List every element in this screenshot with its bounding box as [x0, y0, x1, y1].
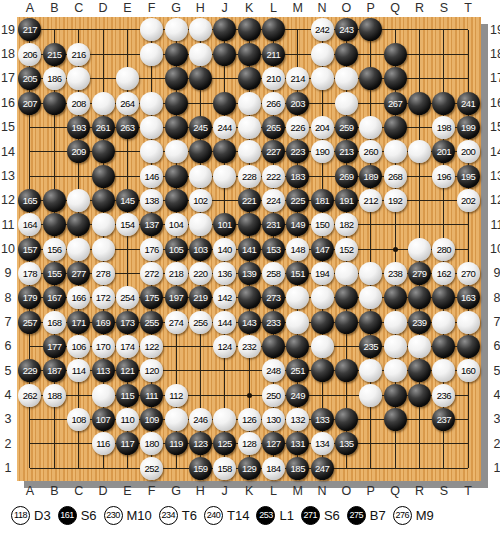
intersection-G8: 197 [164, 286, 188, 310]
intersection-T14: 200 [456, 140, 480, 164]
black-stone-Q16: 267 [384, 92, 407, 115]
intersection-E11: 154 [115, 213, 139, 237]
black-stone-H10: 103 [189, 238, 212, 261]
intersection-T5: 160 [456, 359, 480, 383]
col-label-bottom-S: S [432, 483, 456, 499]
black-stone-K11 [238, 213, 261, 236]
black-stone-K18 [238, 43, 261, 66]
col-label-bottom-E: E [115, 483, 139, 499]
white-stone-K13: 228 [238, 165, 261, 188]
black-stone-H8: 219 [189, 286, 212, 309]
white-stone-S5 [432, 359, 455, 382]
intersection-Q10 [383, 237, 407, 261]
intersection-S9: 162 [432, 261, 456, 285]
white-stone-D9: 278 [92, 262, 115, 285]
black-stone-M16: 203 [286, 92, 309, 115]
white-stone-H19 [189, 18, 212, 41]
intersection-G3 [164, 407, 188, 431]
black-stone-F3: 109 [140, 408, 163, 431]
intersection-L6 [261, 334, 285, 358]
white-stone-D10 [92, 238, 115, 261]
white-stone-Q6 [384, 335, 407, 358]
intersection-E15: 263 [115, 115, 139, 139]
caption-move-circle-276: 276 [393, 506, 412, 525]
intersection-H14 [188, 140, 212, 164]
intersection-K13: 228 [237, 164, 261, 188]
intersection-H6 [188, 334, 212, 358]
row-label-left-1: 1 [0, 456, 16, 480]
intersection-G6 [164, 334, 188, 358]
intersection-F19 [140, 18, 164, 42]
intersection-D19 [91, 18, 115, 42]
white-stone-O9 [335, 262, 358, 285]
white-stone-H11 [189, 213, 212, 236]
black-stone-L6 [262, 335, 285, 358]
white-stone-J9: 136 [213, 262, 236, 285]
intersection-T12: 202 [456, 188, 480, 212]
intersection-B13 [42, 164, 66, 188]
black-stone-L18: 211 [262, 43, 285, 66]
intersection-M5: 251 [286, 359, 310, 383]
white-stone-C3: 108 [67, 408, 90, 431]
intersection-O16 [334, 91, 358, 115]
intersection-N3: 133 [310, 407, 334, 431]
intersection-O4 [334, 383, 358, 407]
intersection-D9: 278 [91, 261, 115, 285]
white-stone-K15 [238, 116, 261, 139]
black-stone-P17 [359, 67, 382, 90]
white-stone-N19: 242 [311, 18, 334, 41]
intersection-S3: 237 [432, 407, 456, 431]
intersection-J3 [213, 407, 237, 431]
white-stone-Q14 [384, 140, 407, 163]
black-stone-A19: 217 [18, 18, 41, 41]
intersection-F17 [140, 66, 164, 90]
black-stone-F7: 255 [140, 311, 163, 334]
black-stone-L11: 231 [262, 213, 285, 236]
intersection-N10: 147 [310, 237, 334, 261]
intersection-H5 [188, 359, 212, 383]
intersection-N5 [310, 359, 334, 383]
white-stone-S15: 198 [432, 116, 455, 139]
intersection-T9: 270 [456, 261, 480, 285]
caption-move-point-161: S6 [81, 508, 97, 523]
black-stone-J11: 101 [213, 213, 236, 236]
col-label-bottom-A: A [18, 483, 42, 499]
intersection-H8: 219 [188, 286, 212, 310]
intersection-D15: 261 [91, 115, 115, 139]
col-label-top-Q: Q [383, 0, 407, 17]
black-stone-B5: 187 [43, 359, 66, 382]
intersection-C9: 277 [66, 261, 90, 285]
intersection-J5 [213, 359, 237, 383]
col-label-bottom-L: L [261, 483, 285, 499]
black-stone-R7: 239 [408, 311, 431, 334]
white-stone-F16 [140, 92, 163, 115]
white-stone-E8: 254 [116, 286, 139, 309]
black-stone-D14 [92, 140, 115, 163]
white-stone-T14: 200 [457, 140, 480, 163]
intersection-L8: 273 [261, 286, 285, 310]
col-label-bottom-O: O [334, 483, 358, 499]
white-stone-P4 [359, 384, 382, 407]
intersection-K1: 129 [237, 456, 261, 480]
intersection-S16 [432, 91, 456, 115]
white-stone-N15: 204 [311, 116, 334, 139]
white-stone-N6 [311, 335, 334, 358]
white-stone-B7: 168 [43, 311, 66, 334]
row-label-left-9: 9 [0, 261, 16, 285]
intersection-T11 [456, 213, 480, 237]
row-label-left-6: 6 [0, 334, 16, 358]
black-stone-F4: 111 [140, 384, 163, 407]
intersection-O14: 213 [334, 140, 358, 164]
row-label-left-12: 12 [0, 188, 16, 212]
intersection-Q19 [383, 18, 407, 42]
white-stone-P12: 212 [359, 189, 382, 212]
white-stone-L17: 210 [262, 67, 285, 90]
intersection-E2: 117 [115, 432, 139, 456]
intersection-C14: 209 [66, 140, 90, 164]
intersection-C18: 216 [66, 42, 90, 66]
intersection-S14: 201 [432, 140, 456, 164]
intersection-K11 [237, 213, 261, 237]
caption-move-point-240: T14 [227, 508, 249, 523]
black-stone-K7: 143 [238, 311, 261, 334]
intersection-Q2 [383, 432, 407, 456]
row-label-right-15: 15 [489, 115, 500, 139]
intersection-O19: 243 [334, 18, 358, 42]
white-stone-B10: 156 [43, 238, 66, 261]
black-stone-P7 [359, 311, 382, 334]
col-label-top-J: J [213, 0, 237, 17]
white-stone-K2: 128 [238, 432, 261, 455]
col-label-top-P: P [359, 0, 383, 17]
white-stone-F14 [140, 140, 163, 163]
intersection-B11 [42, 213, 66, 237]
black-stone-R8 [408, 286, 431, 309]
black-stone-H2: 123 [189, 432, 212, 455]
white-stone-Q5 [384, 359, 407, 382]
intersection-S10: 280 [432, 237, 456, 261]
intersection-A12: 165 [18, 188, 42, 212]
intersection-O6 [334, 334, 358, 358]
black-stone-K1: 129 [238, 457, 261, 480]
col-label-top-F: F [140, 0, 164, 17]
intersection-A11: 164 [18, 213, 42, 237]
intersection-D8: 172 [91, 286, 115, 310]
caption-move-circle-275: 275 [347, 506, 366, 525]
intersection-B7: 168 [42, 310, 66, 334]
white-stone-D11 [92, 213, 115, 236]
intersection-R2 [407, 432, 431, 456]
intersection-H9: 220 [188, 261, 212, 285]
intersection-R14 [407, 140, 431, 164]
black-stone-B6: 177 [43, 335, 66, 358]
intersection-J10: 140 [213, 237, 237, 261]
row-label-right-1: 1 [489, 456, 500, 480]
intersection-G7: 274 [164, 310, 188, 334]
black-stone-O8 [335, 286, 358, 309]
black-stone-R5 [408, 359, 431, 382]
intersection-B19 [42, 18, 66, 42]
intersection-F11: 137 [140, 213, 164, 237]
white-stone-L1: 184 [262, 457, 285, 480]
black-stone-M12: 225 [286, 189, 309, 212]
black-stone-B12 [43, 189, 66, 212]
col-label-top-B: B [42, 0, 66, 17]
intersection-S18 [432, 42, 456, 66]
white-stone-J6: 124 [213, 335, 236, 358]
caption-move-point-234: T6 [182, 508, 197, 523]
black-stone-L14: 227 [262, 140, 285, 163]
white-stone-N8 [311, 286, 334, 309]
black-stone-Q3 [384, 408, 407, 431]
white-stone-S4: 236 [432, 384, 455, 407]
intersection-B16 [42, 91, 66, 115]
intersection-B15 [42, 115, 66, 139]
row-label-right-10: 10 [489, 237, 500, 261]
caption-move-circle-253: 253 [256, 506, 275, 525]
black-stone-Q17 [384, 67, 407, 90]
caption-move-circle-234: 234 [159, 506, 178, 525]
black-stone-M6 [286, 335, 309, 358]
black-stone-O14: 213 [335, 140, 358, 163]
intersection-O10: 152 [334, 237, 358, 261]
black-stone-N5 [311, 359, 334, 382]
row-label-right-7: 7 [489, 310, 500, 334]
intersection-J19 [213, 18, 237, 42]
intersection-J1: 158 [213, 456, 237, 480]
intersection-C4 [66, 383, 90, 407]
intersection-F16 [140, 91, 164, 115]
intersection-J18 [213, 42, 237, 66]
intersection-P11 [359, 213, 383, 237]
black-stone-F8: 175 [140, 286, 163, 309]
intersection-R17 [407, 66, 431, 90]
white-stone-M15: 226 [286, 116, 309, 139]
white-stone-S9: 162 [432, 262, 455, 285]
intersection-P14: 260 [359, 140, 383, 164]
intersection-E8: 254 [115, 286, 139, 310]
col-label-top-L: L [261, 0, 285, 17]
black-stone-E7: 173 [116, 311, 139, 334]
white-stone-Q13: 268 [384, 165, 407, 188]
intersection-K12: 221 [237, 188, 261, 212]
intersection-R3 [407, 407, 431, 431]
white-stone-C10 [67, 238, 90, 261]
white-stone-H3: 246 [189, 408, 212, 431]
white-stone-H13 [189, 165, 212, 188]
intersection-P9 [359, 261, 383, 285]
black-stone-T6 [457, 335, 480, 358]
intersection-T17 [456, 66, 480, 90]
intersection-E9 [115, 261, 139, 285]
intersection-N6 [310, 334, 334, 358]
black-stone-K10: 141 [238, 238, 261, 261]
row-label-left-13: 13 [0, 164, 16, 188]
intersection-L11: 231 [261, 213, 285, 237]
intersection-H13 [188, 164, 212, 188]
intersection-C19 [66, 18, 90, 42]
intersection-E19 [115, 18, 139, 42]
intersection-D12 [91, 188, 115, 212]
black-stone-N7 [311, 311, 334, 334]
caption-move-circle-230: 230 [104, 506, 123, 525]
intersection-J16 [213, 91, 237, 115]
intersection-B17: 186 [42, 66, 66, 90]
white-stone-H18 [189, 43, 212, 66]
black-stone-J14 [213, 140, 236, 163]
black-stone-A7: 257 [18, 311, 41, 334]
intersection-O9 [334, 261, 358, 285]
intersection-Q17 [383, 66, 407, 90]
intersection-P6: 235 [359, 334, 383, 358]
black-stone-Q15 [384, 116, 407, 139]
white-stone-M17: 214 [286, 67, 309, 90]
intersection-Q13: 268 [383, 164, 407, 188]
intersection-N2: 134 [310, 432, 334, 456]
intersection-P12: 212 [359, 188, 383, 212]
black-stone-M2: 131 [286, 432, 309, 455]
black-stone-M14: 223 [286, 140, 309, 163]
intersection-D11 [91, 213, 115, 237]
intersection-R12 [407, 188, 431, 212]
intersection-C12 [66, 188, 90, 212]
col-label-bottom-K: K [237, 483, 261, 499]
intersection-H11 [188, 213, 212, 237]
black-stone-B18: 215 [43, 43, 66, 66]
intersection-F4: 111 [140, 383, 164, 407]
intersection-B12 [42, 188, 66, 212]
intersection-N9: 194 [310, 261, 334, 285]
white-stone-O17 [335, 67, 358, 90]
intersection-P10 [359, 237, 383, 261]
intersection-A4: 262 [18, 383, 42, 407]
intersection-L3: 130 [261, 407, 285, 431]
intersection-K10: 141 [237, 237, 261, 261]
intersection-N7 [310, 310, 334, 334]
intersection-R11 [407, 213, 431, 237]
intersection-S11 [432, 213, 456, 237]
intersection-E6: 174 [115, 334, 139, 358]
white-stone-J7: 144 [213, 311, 236, 334]
white-stone-S7 [432, 311, 455, 334]
black-stone-D15: 261 [92, 116, 115, 139]
black-stone-H14 [189, 140, 212, 163]
intersection-H17 [188, 66, 212, 90]
white-stone-J10: 140 [213, 238, 236, 261]
row-label-left-18: 18 [0, 42, 16, 66]
intersection-S5 [432, 359, 456, 383]
intersection-N15: 204 [310, 115, 334, 139]
col-label-bottom-R: R [407, 483, 431, 499]
intersection-R13 [407, 164, 431, 188]
intersection-L4: 250 [261, 383, 285, 407]
row-label-left-2: 2 [0, 432, 16, 456]
intersection-L2: 127 [261, 432, 285, 456]
intersection-L5: 248 [261, 359, 285, 383]
intersection-C3: 108 [66, 407, 90, 431]
intersection-J2: 125 [213, 432, 237, 456]
intersection-O12: 191 [334, 188, 358, 212]
row-label-right-14: 14 [489, 140, 500, 164]
intersection-G19 [164, 18, 188, 42]
intersection-G9: 218 [164, 261, 188, 285]
intersection-K8 [237, 286, 261, 310]
black-stone-Q4 [384, 384, 407, 407]
intersection-B2 [42, 432, 66, 456]
intersection-T7 [456, 310, 480, 334]
caption-move-point-118: D3 [34, 508, 51, 523]
white-stone-C5: 114 [67, 359, 90, 382]
intersection-F1: 252 [140, 456, 164, 480]
white-stone-G11: 104 [165, 213, 188, 236]
white-stone-M8 [286, 286, 309, 309]
intersection-S17 [432, 66, 456, 90]
intersection-A8: 179 [18, 286, 42, 310]
intersection-C16: 208 [66, 91, 90, 115]
intersection-S15: 198 [432, 115, 456, 139]
intersection-D1 [91, 456, 115, 480]
intersection-N12: 181 [310, 188, 334, 212]
intersection-A14 [18, 140, 42, 164]
intersection-D18 [91, 42, 115, 66]
intersection-R1 [407, 456, 431, 480]
intersection-A10: 157 [18, 237, 42, 261]
white-stone-R6 [408, 335, 431, 358]
white-stone-S10: 280 [432, 238, 455, 261]
white-stone-L12: 224 [262, 189, 285, 212]
intersection-F9: 272 [140, 261, 164, 285]
col-label-bottom-J: J [213, 483, 237, 499]
intersection-A3 [18, 407, 42, 431]
intersection-Q6 [383, 334, 407, 358]
intersection-H12: 102 [188, 188, 212, 212]
board-grid: 2172422432062152162112051862102142072082… [18, 18, 481, 481]
white-stone-J8: 142 [213, 286, 236, 309]
col-label-bottom-M: M [286, 483, 310, 499]
row-label-right-3: 3 [489, 407, 500, 431]
intersection-M11: 149 [286, 213, 310, 237]
intersection-E12: 145 [115, 188, 139, 212]
white-stone-C6: 106 [67, 335, 90, 358]
white-stone-L13: 222 [262, 165, 285, 188]
col-label-bottom-N: N [310, 483, 334, 499]
intersection-G16 [164, 91, 188, 115]
intersection-P5 [359, 359, 383, 383]
intersection-N14: 190 [310, 140, 334, 164]
row-label-left-16: 16 [0, 91, 16, 115]
black-stone-O13: 269 [335, 165, 358, 188]
intersection-H3: 246 [188, 407, 212, 431]
intersection-B4: 188 [42, 383, 66, 407]
black-stone-O18 [335, 43, 358, 66]
black-stone-F11: 137 [140, 213, 163, 236]
intersection-S13: 196 [432, 164, 456, 188]
caption-move-list: 118D3161S6230M10234T6240T14253L1271S6275… [11, 503, 437, 527]
intersection-O13: 269 [334, 164, 358, 188]
intersection-K15 [237, 115, 261, 139]
white-stone-P9 [359, 262, 382, 285]
intersection-A6 [18, 334, 42, 358]
black-stone-B9: 155 [43, 262, 66, 285]
row-label-right-13: 13 [489, 164, 500, 188]
black-stone-L10: 153 [262, 238, 285, 261]
white-stone-C16: 208 [67, 92, 90, 115]
row-labels-left: 19181716151413121110987654321 [0, 18, 16, 481]
intersection-H4 [188, 383, 212, 407]
